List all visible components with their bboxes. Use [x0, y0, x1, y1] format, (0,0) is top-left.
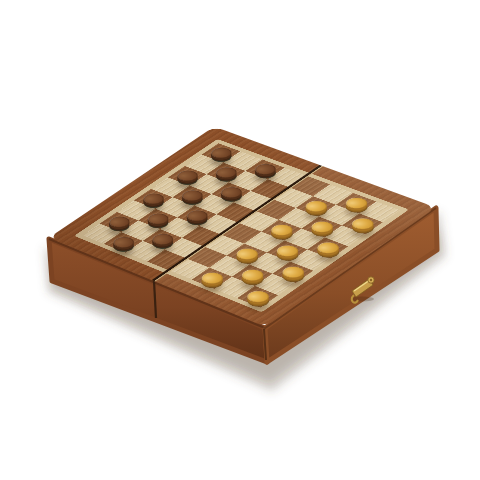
- piece-light-b2[interactable]: [237, 267, 267, 283]
- piece-dark-d6[interactable]: [183, 208, 212, 223]
- piece-dark-b8[interactable]: [105, 215, 133, 230]
- product-photo-stage: [0, 0, 480, 480]
- piece-dark-a7[interactable]: [109, 235, 137, 250]
- piece-light-a1[interactable]: [243, 289, 273, 305]
- piece-light-d2[interactable]: [272, 243, 302, 258]
- piece-light-f2[interactable]: [307, 219, 337, 234]
- piece-dark-h6[interactable]: [251, 162, 280, 176]
- piece-light-e3[interactable]: [267, 223, 296, 238]
- piece-light-h2[interactable]: [341, 196, 371, 211]
- piece-dark-b6[interactable]: [148, 232, 177, 247]
- piece-dark-f8[interactable]: [173, 169, 201, 183]
- piece-light-c1[interactable]: [278, 264, 308, 280]
- piece-light-a3[interactable]: [197, 270, 226, 286]
- piece-dark-d8[interactable]: [139, 192, 167, 207]
- piece-dark-h8[interactable]: [207, 146, 235, 160]
- piece-light-g1[interactable]: [347, 216, 377, 231]
- piece-light-g3[interactable]: [301, 199, 330, 214]
- piece-dark-g7[interactable]: [212, 165, 240, 179]
- piece-dark-c7[interactable]: [144, 212, 172, 227]
- piece-dark-f6[interactable]: [217, 185, 246, 200]
- piece-dark-e7[interactable]: [178, 188, 206, 203]
- piece-light-c3[interactable]: [232, 246, 261, 261]
- piece-light-e1[interactable]: [313, 240, 343, 255]
